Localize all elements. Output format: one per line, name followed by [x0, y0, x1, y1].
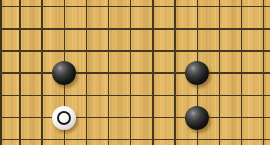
- go-board-surface[interactable]: ●●○●: [0, 0, 270, 145]
- grid-line-horizontal: [0, 139, 270, 140]
- grid-line-horizontal: [0, 117, 270, 118]
- grid-line-horizontal: [0, 95, 270, 96]
- grid-line-horizontal: [0, 28, 270, 29]
- last-move-circle-marker: [57, 111, 71, 125]
- black-stone: ●: [185, 61, 209, 85]
- black-stone: ●: [52, 61, 76, 85]
- white-stone: ○: [52, 106, 76, 130]
- grid-line-horizontal: [0, 50, 270, 51]
- black-stone: ●: [185, 106, 209, 130]
- go-app-viewport: ●●○●: [0, 0, 270, 145]
- black-stone-glyph: ●: [52, 61, 76, 85]
- black-stone-glyph: ●: [185, 61, 209, 85]
- grid-line-horizontal: [0, 72, 270, 73]
- grid-line-horizontal: [0, 6, 270, 7]
- black-stone-glyph: ●: [185, 106, 209, 130]
